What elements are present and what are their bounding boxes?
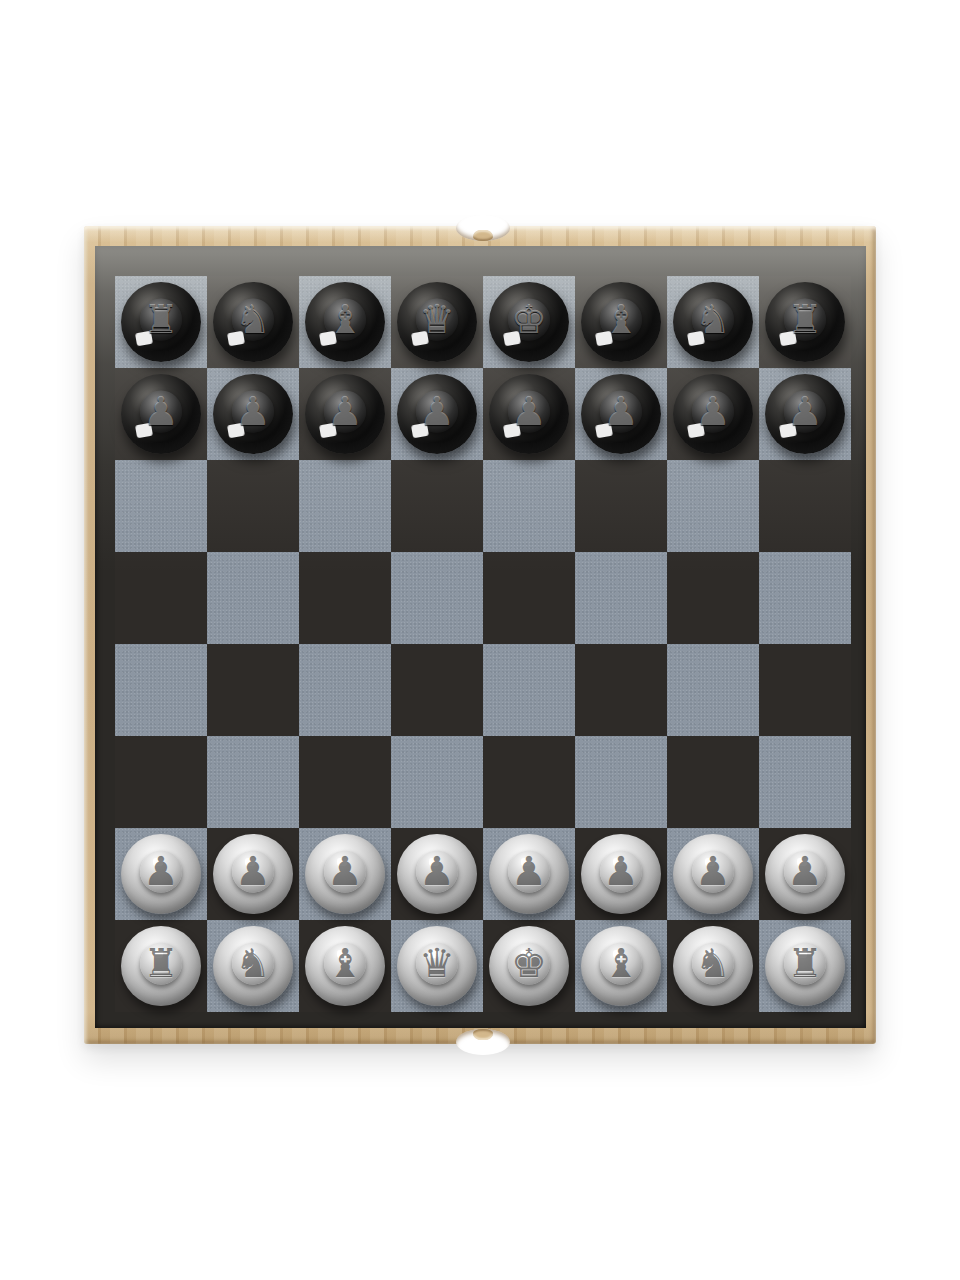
square-e2: ♟ — [483, 828, 575, 920]
square-h5 — [759, 552, 851, 644]
square-d1: ♛ — [391, 920, 483, 1012]
square-h3 — [759, 736, 851, 828]
piece-silver-pawn: ♟ — [305, 834, 385, 914]
piece-silver-knight: ♞ — [673, 926, 753, 1006]
piece-silver-pawn: ♟ — [121, 834, 201, 914]
piece-glyph: ♞ — [695, 299, 731, 339]
square-g8: ♞ — [667, 276, 759, 368]
square-d2: ♟ — [391, 828, 483, 920]
square-d8: ♛ — [391, 276, 483, 368]
piece-black-bishop: ♝ — [581, 282, 661, 362]
square-b8: ♞ — [207, 276, 299, 368]
square-d5 — [391, 552, 483, 644]
piece-black-rook: ♜ — [121, 282, 201, 362]
square-a1: ♜ — [115, 920, 207, 1012]
piece-glyph: ♟ — [327, 391, 363, 431]
square-b1: ♞ — [207, 920, 299, 1012]
square-e6 — [483, 460, 575, 552]
square-d3 — [391, 736, 483, 828]
piece-black-pawn: ♟ — [489, 374, 569, 454]
hinge-notch-bottom — [456, 1029, 510, 1055]
piece-silver-pawn: ♟ — [213, 834, 293, 914]
piece-glyph: ♟ — [143, 391, 179, 431]
piece-glyph: ♟ — [603, 391, 639, 431]
square-c6 — [299, 460, 391, 552]
square-h8: ♜ — [759, 276, 851, 368]
square-f2: ♟ — [575, 828, 667, 920]
piece-glyph: ♟ — [695, 851, 731, 891]
square-c5 — [299, 552, 391, 644]
piece-glyph: ♟ — [787, 391, 823, 431]
square-c4 — [299, 644, 391, 736]
square-c1: ♝ — [299, 920, 391, 1012]
square-g1: ♞ — [667, 920, 759, 1012]
square-a4 — [115, 644, 207, 736]
piece-glyph: ♟ — [787, 851, 823, 891]
piece-glyph: ♝ — [327, 943, 363, 983]
piece-black-pawn: ♟ — [673, 374, 753, 454]
piece-glyph: ♜ — [787, 943, 823, 983]
square-b5 — [207, 552, 299, 644]
hinge-notch-top — [456, 215, 510, 241]
square-b7: ♟ — [207, 368, 299, 460]
piece-black-pawn: ♟ — [397, 374, 477, 454]
square-a7: ♟ — [115, 368, 207, 460]
square-f8: ♝ — [575, 276, 667, 368]
square-f5 — [575, 552, 667, 644]
square-c3 — [299, 736, 391, 828]
piece-glyph: ♞ — [235, 943, 271, 983]
piece-glyph: ♟ — [419, 851, 455, 891]
piece-glyph: ♛ — [419, 943, 455, 983]
square-a6 — [115, 460, 207, 552]
piece-glyph: ♟ — [695, 391, 731, 431]
piece-black-bishop: ♝ — [305, 282, 385, 362]
square-c2: ♟ — [299, 828, 391, 920]
piece-black-pawn: ♟ — [213, 374, 293, 454]
piece-glyph: ♝ — [327, 299, 363, 339]
square-e3 — [483, 736, 575, 828]
piece-silver-pawn: ♟ — [489, 834, 569, 914]
piece-glyph: ♛ — [419, 299, 455, 339]
square-g3 — [667, 736, 759, 828]
piece-black-pawn: ♟ — [581, 374, 661, 454]
square-e8: ♚ — [483, 276, 575, 368]
piece-glyph: ♝ — [603, 943, 639, 983]
square-a8: ♜ — [115, 276, 207, 368]
piece-glyph: ♟ — [235, 391, 271, 431]
square-d6 — [391, 460, 483, 552]
square-f3 — [575, 736, 667, 828]
chess-board: ♜♞♝♛♚♝♞♜♟♟♟♟♟♟♟♟♟♟♟♟♟♟♟♟♜♞♝♛♚♝♞♜ — [115, 276, 851, 1012]
square-g4 — [667, 644, 759, 736]
square-a3 — [115, 736, 207, 828]
square-e1: ♚ — [483, 920, 575, 1012]
square-b6 — [207, 460, 299, 552]
square-c8: ♝ — [299, 276, 391, 368]
square-g5 — [667, 552, 759, 644]
piece-black-pawn: ♟ — [121, 374, 201, 454]
square-b4 — [207, 644, 299, 736]
square-f1: ♝ — [575, 920, 667, 1012]
piece-black-rook: ♜ — [765, 282, 845, 362]
piece-black-pawn: ♟ — [765, 374, 845, 454]
piece-black-king: ♚ — [489, 282, 569, 362]
piece-glyph: ♟ — [327, 851, 363, 891]
piece-glyph: ♟ — [511, 391, 547, 431]
piece-glyph: ♟ — [603, 851, 639, 891]
piece-black-knight: ♞ — [213, 282, 293, 362]
piece-glyph: ♞ — [695, 943, 731, 983]
piece-glyph: ♝ — [603, 299, 639, 339]
piece-silver-pawn: ♟ — [397, 834, 477, 914]
piece-glyph: ♞ — [235, 299, 271, 339]
square-h6 — [759, 460, 851, 552]
piece-glyph: ♟ — [511, 851, 547, 891]
square-e7: ♟ — [483, 368, 575, 460]
square-f4 — [575, 644, 667, 736]
piece-glyph: ♟ — [419, 391, 455, 431]
square-c7: ♟ — [299, 368, 391, 460]
piece-glyph: ♚ — [511, 299, 547, 339]
piece-silver-queen: ♛ — [397, 926, 477, 1006]
piece-glyph: ♟ — [235, 851, 271, 891]
piece-silver-pawn: ♟ — [765, 834, 845, 914]
square-h1: ♜ — [759, 920, 851, 1012]
square-f7: ♟ — [575, 368, 667, 460]
wooden-chess-box: ♜♞♝♛♚♝♞♜♟♟♟♟♟♟♟♟♟♟♟♟♟♟♟♟♜♞♝♛♚♝♞♜ — [84, 226, 876, 1044]
piece-black-queen: ♛ — [397, 282, 477, 362]
square-h7: ♟ — [759, 368, 851, 460]
piece-silver-rook: ♜ — [765, 926, 845, 1006]
piece-black-pawn: ♟ — [305, 374, 385, 454]
piece-glyph: ♚ — [511, 943, 547, 983]
square-a2: ♟ — [115, 828, 207, 920]
square-f6 — [575, 460, 667, 552]
square-h2: ♟ — [759, 828, 851, 920]
piece-glyph: ♜ — [143, 299, 179, 339]
piece-silver-rook: ♜ — [121, 926, 201, 1006]
piece-silver-bishop: ♝ — [581, 926, 661, 1006]
product-photo-chess-set: ♜♞♝♛♚♝♞♜♟♟♟♟♟♟♟♟♟♟♟♟♟♟♟♟♜♞♝♛♚♝♞♜ — [0, 0, 960, 1280]
square-d4 — [391, 644, 483, 736]
piece-glyph: ♜ — [787, 299, 823, 339]
piece-glyph: ♜ — [143, 943, 179, 983]
piece-silver-pawn: ♟ — [673, 834, 753, 914]
square-b3 — [207, 736, 299, 828]
piece-silver-king: ♚ — [489, 926, 569, 1006]
square-e5 — [483, 552, 575, 644]
piece-silver-bishop: ♝ — [305, 926, 385, 1006]
piece-silver-knight: ♞ — [213, 926, 293, 1006]
piece-black-knight: ♞ — [673, 282, 753, 362]
square-h4 — [759, 644, 851, 736]
square-a5 — [115, 552, 207, 644]
square-e4 — [483, 644, 575, 736]
square-b2: ♟ — [207, 828, 299, 920]
square-d7: ♟ — [391, 368, 483, 460]
piece-silver-pawn: ♟ — [581, 834, 661, 914]
board-surface: ♜♞♝♛♚♝♞♜♟♟♟♟♟♟♟♟♟♟♟♟♟♟♟♟♜♞♝♛♚♝♞♜ — [95, 246, 866, 1028]
piece-glyph: ♟ — [143, 851, 179, 891]
square-g6 — [667, 460, 759, 552]
square-g7: ♟ — [667, 368, 759, 460]
square-g2: ♟ — [667, 828, 759, 920]
